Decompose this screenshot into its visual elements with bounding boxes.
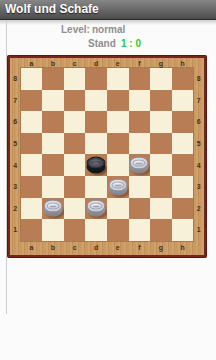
square-e3[interactable] bbox=[107, 176, 129, 198]
square-d6[interactable] bbox=[85, 111, 107, 133]
square-b2[interactable] bbox=[42, 198, 64, 220]
rank-labels-right: 87654321 bbox=[193, 68, 204, 241]
square-c2[interactable] bbox=[64, 198, 86, 220]
square-a1[interactable] bbox=[21, 219, 43, 241]
square-g7[interactable] bbox=[150, 90, 172, 112]
square-a6[interactable] bbox=[21, 111, 43, 133]
black-wolf-piece-d4[interactable] bbox=[87, 157, 106, 174]
square-c3[interactable] bbox=[64, 176, 86, 198]
rank-label-3: 3 bbox=[10, 176, 21, 198]
square-e4[interactable] bbox=[107, 154, 129, 176]
square-f4[interactable] bbox=[129, 154, 151, 176]
square-g1[interactable] bbox=[150, 219, 172, 241]
file-label-a: a bbox=[21, 241, 43, 255]
square-b7[interactable] bbox=[42, 90, 64, 112]
square-g5[interactable] bbox=[150, 133, 172, 155]
square-f1[interactable] bbox=[129, 219, 151, 241]
square-d7[interactable] bbox=[85, 90, 107, 112]
square-a8[interactable] bbox=[21, 68, 43, 90]
square-g4[interactable] bbox=[150, 154, 172, 176]
rank-label-1: 1 bbox=[10, 219, 21, 241]
square-a3[interactable] bbox=[21, 176, 43, 198]
rank-label-5: 5 bbox=[10, 133, 21, 155]
square-g3[interactable] bbox=[150, 176, 172, 198]
white-sheep-piece-d2[interactable] bbox=[87, 200, 106, 217]
file-label-d: d bbox=[85, 241, 107, 255]
file-label-b: b bbox=[42, 241, 64, 255]
rank-label-1: 1 bbox=[193, 219, 204, 241]
rank-labels-left: 87654321 bbox=[10, 68, 21, 241]
piece-top bbox=[43, 200, 62, 213]
rank-label-2: 2 bbox=[193, 198, 204, 220]
square-b4[interactable] bbox=[42, 154, 64, 176]
square-f8[interactable] bbox=[129, 68, 151, 90]
square-d1[interactable] bbox=[85, 219, 107, 241]
square-h5[interactable] bbox=[172, 133, 194, 155]
square-c1[interactable] bbox=[64, 219, 86, 241]
piece-top bbox=[130, 157, 149, 170]
piece-top bbox=[87, 200, 106, 213]
square-f2[interactable] bbox=[129, 198, 151, 220]
square-f5[interactable] bbox=[129, 133, 151, 155]
white-sheep-piece-b2[interactable] bbox=[43, 200, 62, 217]
square-d5[interactable] bbox=[85, 133, 107, 155]
piece-top bbox=[108, 178, 127, 191]
file-label-c: c bbox=[64, 58, 86, 68]
piece-top bbox=[87, 157, 106, 170]
file-label-d: d bbox=[85, 58, 107, 68]
square-h1[interactable] bbox=[172, 219, 194, 241]
square-a4[interactable] bbox=[21, 154, 43, 176]
square-e6[interactable] bbox=[107, 111, 129, 133]
square-c4[interactable] bbox=[64, 154, 86, 176]
square-d2[interactable] bbox=[85, 198, 107, 220]
rank-label-3: 3 bbox=[193, 176, 204, 198]
title-bar: Wolf und Schafe bbox=[0, 0, 216, 20]
square-g2[interactable] bbox=[150, 198, 172, 220]
file-label-c: c bbox=[64, 241, 86, 255]
square-a2[interactable] bbox=[21, 198, 43, 220]
board: abcdefgh 87654321 87654321 abcdefgh bbox=[7, 55, 207, 258]
rank-label-6: 6 bbox=[193, 111, 204, 133]
file-label-e: e bbox=[107, 58, 129, 68]
square-c6[interactable] bbox=[64, 111, 86, 133]
square-b6[interactable] bbox=[42, 111, 64, 133]
board-frame: abcdefgh 87654321 87654321 abcdefgh bbox=[10, 58, 204, 255]
square-b1[interactable] bbox=[42, 219, 64, 241]
square-f3[interactable] bbox=[129, 176, 151, 198]
file-label-b: b bbox=[42, 58, 64, 68]
square-b3[interactable] bbox=[42, 176, 64, 198]
file-labels-top: abcdefgh bbox=[21, 58, 194, 68]
square-e5[interactable] bbox=[107, 133, 129, 155]
square-e2[interactable] bbox=[107, 198, 129, 220]
score-value: 1 : 0 bbox=[121, 38, 141, 49]
rank-label-5: 5 bbox=[193, 133, 204, 155]
file-label-a: a bbox=[21, 58, 43, 68]
square-d3[interactable] bbox=[85, 176, 107, 198]
square-b8[interactable] bbox=[42, 68, 64, 90]
square-c8[interactable] bbox=[64, 68, 86, 90]
file-labels-bottom: abcdefgh bbox=[21, 241, 194, 255]
square-b5[interactable] bbox=[42, 133, 64, 155]
white-sheep-piece-e3[interactable] bbox=[108, 178, 127, 195]
rank-label-7: 7 bbox=[193, 90, 204, 112]
square-c5[interactable] bbox=[64, 133, 86, 155]
square-h7[interactable] bbox=[172, 90, 194, 112]
square-h2[interactable] bbox=[172, 198, 194, 220]
file-label-g: g bbox=[150, 241, 172, 255]
square-e1[interactable] bbox=[107, 219, 129, 241]
square-g6[interactable] bbox=[150, 111, 172, 133]
square-d4[interactable] bbox=[85, 154, 107, 176]
file-label-g: g bbox=[150, 58, 172, 68]
file-label-e: e bbox=[107, 241, 129, 255]
score-label: Stand bbox=[88, 38, 116, 49]
rank-label-2: 2 bbox=[10, 198, 21, 220]
file-label-f: f bbox=[129, 58, 151, 68]
square-h8[interactable] bbox=[172, 68, 194, 90]
square-h4[interactable] bbox=[172, 154, 194, 176]
square-h3[interactable] bbox=[172, 176, 194, 198]
file-label-h: h bbox=[172, 58, 194, 68]
square-e7[interactable] bbox=[107, 90, 129, 112]
app-screen: Wolf und Schafe Level: normal Stand 1 : … bbox=[0, 0, 216, 360]
square-c7[interactable] bbox=[64, 90, 86, 112]
square-g8[interactable] bbox=[150, 68, 172, 90]
file-label-f: f bbox=[129, 241, 151, 255]
square-f7[interactable] bbox=[129, 90, 151, 112]
rank-label-7: 7 bbox=[10, 90, 21, 112]
square-f6[interactable] bbox=[129, 111, 151, 133]
rank-label-6: 6 bbox=[10, 111, 21, 133]
level-value: normal bbox=[92, 24, 125, 35]
square-h6[interactable] bbox=[172, 111, 194, 133]
file-label-h: h bbox=[172, 241, 194, 255]
rank-label-8: 8 bbox=[10, 68, 21, 90]
app-title: Wolf und Schafe bbox=[5, 2, 99, 16]
rank-label-4: 4 bbox=[10, 154, 21, 176]
square-d8[interactable] bbox=[85, 68, 107, 90]
level-label: Level: bbox=[61, 24, 90, 35]
rank-label-4: 4 bbox=[193, 154, 204, 176]
white-sheep-piece-f4[interactable] bbox=[130, 157, 149, 174]
square-e8[interactable] bbox=[107, 68, 129, 90]
board-squares bbox=[21, 68, 194, 241]
rank-label-8: 8 bbox=[193, 68, 204, 90]
square-a5[interactable] bbox=[21, 133, 43, 155]
square-a7[interactable] bbox=[21, 90, 43, 112]
